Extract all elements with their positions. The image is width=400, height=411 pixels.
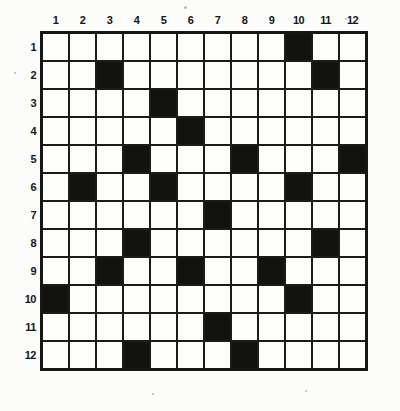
- cell-r5-c9[interactable]: [259, 146, 284, 172]
- cell-r11-c10[interactable]: [286, 314, 311, 340]
- row-label-12: 12: [12, 342, 36, 368]
- cell-r3-c7[interactable]: [205, 90, 230, 116]
- col-label-1: 1: [43, 12, 68, 28]
- cell-r4-c7[interactable]: [205, 118, 230, 144]
- scan-speck: [152, 393, 154, 395]
- cell-r1-c7[interactable]: [205, 34, 230, 60]
- cell-r1-c1[interactable]: [43, 34, 68, 60]
- col-label-5: 5: [151, 12, 176, 28]
- cell-r1-c9[interactable]: [259, 34, 284, 60]
- cell-r6-c10-black[interactable]: [286, 174, 311, 200]
- cell-r12-c1[interactable]: [43, 342, 68, 368]
- cell-r7-c9[interactable]: [259, 202, 284, 228]
- cell-r11-c5[interactable]: [151, 314, 176, 340]
- cell-r7-c8[interactable]: [232, 202, 257, 228]
- cell-r3-c4[interactable]: [124, 90, 149, 116]
- cell-r5-c12-black[interactable]: [340, 146, 365, 172]
- cell-r11-c8[interactable]: [232, 314, 257, 340]
- row-label-5: 5: [12, 146, 36, 172]
- cell-r5-c10[interactable]: [286, 146, 311, 172]
- cell-r4-c9[interactable]: [259, 118, 284, 144]
- cell-r7-c10[interactable]: [286, 202, 311, 228]
- cell-r1-c10-black[interactable]: [286, 34, 311, 60]
- cell-r8-c3[interactable]: [97, 230, 122, 256]
- cell-r2-c4[interactable]: [124, 62, 149, 88]
- cell-r1-c2[interactable]: [70, 34, 95, 60]
- cell-r9-c12[interactable]: [340, 258, 365, 284]
- cell-r4-c11[interactable]: [313, 118, 338, 144]
- cell-r2-c10[interactable]: [286, 62, 311, 88]
- row-label-2: 2: [12, 62, 36, 88]
- cell-r4-c2[interactable]: [70, 118, 95, 144]
- cell-r4-c4[interactable]: [124, 118, 149, 144]
- cell-r8-c2[interactable]: [70, 230, 95, 256]
- row-labels: 123456789101112: [12, 34, 36, 368]
- cell-r6-c6[interactable]: [178, 174, 203, 200]
- cell-r4-c1[interactable]: [43, 118, 68, 144]
- cell-r3-c3[interactable]: [97, 90, 122, 116]
- cell-r5-c4-black[interactable]: [124, 146, 149, 172]
- puzzle-grid: [40, 31, 368, 371]
- cell-r9-c9-black[interactable]: [259, 258, 284, 284]
- cell-r11-c11[interactable]: [313, 314, 338, 340]
- row-label-11: 11: [12, 314, 36, 340]
- scan-speck: [345, 18, 347, 20]
- cell-r1-c8[interactable]: [232, 34, 257, 60]
- cell-r8-c4-black[interactable]: [124, 230, 149, 256]
- cell-r2-c9[interactable]: [259, 62, 284, 88]
- cell-r6-c5-black[interactable]: [151, 174, 176, 200]
- scan-speck: [305, 390, 307, 392]
- cell-r12-c5[interactable]: [151, 342, 176, 368]
- cell-r2-c11-black[interactable]: [313, 62, 338, 88]
- cell-r9-c5[interactable]: [151, 258, 176, 284]
- cell-r6-c9[interactable]: [259, 174, 284, 200]
- scan-speck: [184, 6, 187, 9]
- cell-r5-c11[interactable]: [313, 146, 338, 172]
- cell-r12-c12[interactable]: [340, 342, 365, 368]
- cell-r3-c2[interactable]: [70, 90, 95, 116]
- cell-r2-c8[interactable]: [232, 62, 257, 88]
- cell-r2-c1[interactable]: [43, 62, 68, 88]
- cell-r12-c9[interactable]: [259, 342, 284, 368]
- cell-r9-c1[interactable]: [43, 258, 68, 284]
- cell-r12-c10[interactable]: [286, 342, 311, 368]
- col-label-6: 6: [178, 12, 203, 28]
- cell-r5-c6[interactable]: [178, 146, 203, 172]
- cell-r8-c11-black[interactable]: [313, 230, 338, 256]
- cell-r2-c2[interactable]: [70, 62, 95, 88]
- cell-r5-c5[interactable]: [151, 146, 176, 172]
- column-labels: 123456789101112: [43, 12, 365, 28]
- cell-r12-c8-black[interactable]: [232, 342, 257, 368]
- cell-r2-c5[interactable]: [151, 62, 176, 88]
- cell-r9-c8[interactable]: [232, 258, 257, 284]
- col-label-7: 7: [205, 12, 230, 28]
- cell-r12-c11[interactable]: [313, 342, 338, 368]
- cell-r5-c8-black[interactable]: [232, 146, 257, 172]
- cell-r8-c12[interactable]: [340, 230, 365, 256]
- cell-r1-c6[interactable]: [178, 34, 203, 60]
- cell-r2-c7[interactable]: [205, 62, 230, 88]
- cell-r10-c9[interactable]: [259, 286, 284, 312]
- cell-r11-c1[interactable]: [43, 314, 68, 340]
- cell-r10-c10-black[interactable]: [286, 286, 311, 312]
- puzzle-page: 123456789101112 123456789101112: [0, 0, 400, 411]
- col-label-12: 12: [340, 12, 365, 28]
- cell-r5-c7[interactable]: [205, 146, 230, 172]
- cell-r3-c10[interactable]: [286, 90, 311, 116]
- cell-r6-c12[interactable]: [340, 174, 365, 200]
- cell-r10-c11[interactable]: [313, 286, 338, 312]
- cell-r11-c12[interactable]: [340, 314, 365, 340]
- cell-r2-c12[interactable]: [340, 62, 365, 88]
- row-label-1: 1: [12, 34, 36, 60]
- cell-r7-c6[interactable]: [178, 202, 203, 228]
- col-label-8: 8: [232, 12, 257, 28]
- row-label-4: 4: [12, 118, 36, 144]
- row-label-7: 7: [12, 202, 36, 228]
- cell-r7-c4[interactable]: [124, 202, 149, 228]
- cell-r6-c8[interactable]: [232, 174, 257, 200]
- cell-r2-c6[interactable]: [178, 62, 203, 88]
- cell-r2-c3-black[interactable]: [97, 62, 122, 88]
- cell-r11-c6[interactable]: [178, 314, 203, 340]
- cell-r12-c4-black[interactable]: [124, 342, 149, 368]
- cell-r1-c4[interactable]: [124, 34, 149, 60]
- cell-r6-c4[interactable]: [124, 174, 149, 200]
- cell-r8-c6[interactable]: [178, 230, 203, 256]
- cell-r7-c5[interactable]: [151, 202, 176, 228]
- row-label-8: 8: [12, 230, 36, 256]
- cell-r10-c8[interactable]: [232, 286, 257, 312]
- cell-r8-c7[interactable]: [205, 230, 230, 256]
- cell-r7-c3[interactable]: [97, 202, 122, 228]
- cell-r10-c2[interactable]: [70, 286, 95, 312]
- cell-r3-c8[interactable]: [232, 90, 257, 116]
- row-label-9: 9: [12, 258, 36, 284]
- cell-r12-c3[interactable]: [97, 342, 122, 368]
- cell-r7-c7-black[interactable]: [205, 202, 230, 228]
- cell-r8-c9[interactable]: [259, 230, 284, 256]
- row-label-6: 6: [12, 174, 36, 200]
- cell-r3-c9[interactable]: [259, 90, 284, 116]
- cell-r4-c8[interactable]: [232, 118, 257, 144]
- cell-r11-c4[interactable]: [124, 314, 149, 340]
- cell-r7-c1[interactable]: [43, 202, 68, 228]
- col-label-2: 2: [70, 12, 95, 28]
- cell-r1-c11[interactable]: [313, 34, 338, 60]
- cell-r9-c2[interactable]: [70, 258, 95, 284]
- cell-r9-c6-black[interactable]: [178, 258, 203, 284]
- cell-r1-c3[interactable]: [97, 34, 122, 60]
- cell-r10-c6[interactable]: [178, 286, 203, 312]
- cell-r3-c6[interactable]: [178, 90, 203, 116]
- col-label-11: 11: [313, 12, 338, 28]
- cell-r4-c10[interactable]: [286, 118, 311, 144]
- cell-r11-c9[interactable]: [259, 314, 284, 340]
- cell-r10-c1-black[interactable]: [43, 286, 68, 312]
- cell-r10-c7[interactable]: [205, 286, 230, 312]
- cell-r9-c10[interactable]: [286, 258, 311, 284]
- cell-r10-c5[interactable]: [151, 286, 176, 312]
- cell-r11-c3[interactable]: [97, 314, 122, 340]
- cell-r6-c2-black[interactable]: [70, 174, 95, 200]
- cell-r11-c2[interactable]: [70, 314, 95, 340]
- cell-r11-c7-black[interactable]: [205, 314, 230, 340]
- cell-r9-c4[interactable]: [124, 258, 149, 284]
- cell-r8-c10[interactable]: [286, 230, 311, 256]
- cell-r8-c5[interactable]: [151, 230, 176, 256]
- cell-r7-c2[interactable]: [70, 202, 95, 228]
- cell-r9-c11[interactable]: [313, 258, 338, 284]
- cell-r4-c3[interactable]: [97, 118, 122, 144]
- cell-r10-c4[interactable]: [124, 286, 149, 312]
- col-label-4: 4: [124, 12, 149, 28]
- cell-r3-c1[interactable]: [43, 90, 68, 116]
- cell-r3-c12[interactable]: [340, 90, 365, 116]
- cell-r8-c8[interactable]: [232, 230, 257, 256]
- cell-r9-c7[interactable]: [205, 258, 230, 284]
- cell-r10-c12[interactable]: [340, 286, 365, 312]
- cell-r7-c12[interactable]: [340, 202, 365, 228]
- cell-r6-c7[interactable]: [205, 174, 230, 200]
- cell-r4-c5[interactable]: [151, 118, 176, 144]
- col-label-9: 9: [259, 12, 284, 28]
- cell-r5-c1[interactable]: [43, 146, 68, 172]
- row-label-3: 3: [12, 90, 36, 116]
- cell-r1-c5[interactable]: [151, 34, 176, 60]
- cell-r4-c12[interactable]: [340, 118, 365, 144]
- cell-r5-c3[interactable]: [97, 146, 122, 172]
- cell-r3-c5-black[interactable]: [151, 90, 176, 116]
- cell-r3-c11[interactable]: [313, 90, 338, 116]
- cell-r6-c1[interactable]: [43, 174, 68, 200]
- cell-r9-c3-black[interactable]: [97, 258, 122, 284]
- row-label-10: 10: [12, 286, 36, 312]
- cell-r4-c6-black[interactable]: [178, 118, 203, 144]
- cell-r10-c3[interactable]: [97, 286, 122, 312]
- cell-r6-c11[interactable]: [313, 174, 338, 200]
- cell-r12-c6[interactable]: [178, 342, 203, 368]
- cell-r8-c1[interactable]: [43, 230, 68, 256]
- col-label-3: 3: [97, 12, 122, 28]
- scan-speck: [14, 72, 16, 74]
- cell-r1-c12[interactable]: [340, 34, 365, 60]
- col-label-10: 10: [286, 12, 311, 28]
- cell-r12-c2[interactable]: [70, 342, 95, 368]
- cell-r5-c2[interactable]: [70, 146, 95, 172]
- cell-r6-c3[interactable]: [97, 174, 122, 200]
- cell-r12-c7[interactable]: [205, 342, 230, 368]
- cell-r7-c11[interactable]: [313, 202, 338, 228]
